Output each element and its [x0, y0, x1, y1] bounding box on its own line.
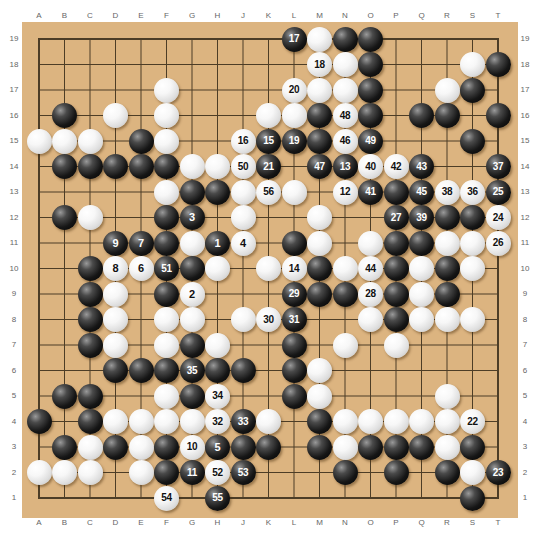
row-label-right-4: 4 — [523, 418, 527, 426]
stone-F2[interactable] — [154, 460, 179, 485]
stone-G10[interactable] — [180, 256, 205, 281]
stone-L9[interactable]: 29 — [282, 282, 307, 307]
stone-S10[interactable] — [460, 256, 485, 281]
stone-L11[interactable] — [282, 231, 307, 256]
stone-S17[interactable] — [460, 78, 485, 103]
column-label-top-K: K — [266, 12, 271, 20]
stone-O16[interactable] — [358, 103, 383, 128]
stone-Q4[interactable] — [409, 409, 434, 434]
stone-F1[interactable]: 54 — [154, 486, 179, 511]
stone-J15[interactable]: 16 — [231, 129, 256, 154]
stone-L15[interactable]: 19 — [282, 129, 307, 154]
stone-N15[interactable]: 46 — [333, 129, 358, 154]
row-label-left-8: 8 — [12, 316, 16, 324]
stone-P10[interactable] — [384, 256, 409, 281]
stone-B5[interactable] — [52, 384, 77, 409]
go-board: 1718204816151946495021471340424337561241… — [22, 22, 518, 518]
stone-C9[interactable] — [78, 282, 103, 307]
stone-E15[interactable] — [129, 129, 154, 154]
stone-D7[interactable] — [103, 333, 128, 358]
row-label-right-7: 7 — [523, 341, 527, 349]
stone-P12[interactable]: 27 — [384, 205, 409, 230]
stone-L19[interactable]: 17 — [282, 27, 307, 52]
stone-S13[interactable]: 36 — [460, 180, 485, 205]
stone-H4[interactable]: 32 — [205, 409, 230, 434]
stone-Q9[interactable] — [409, 282, 434, 307]
stone-J12[interactable] — [231, 205, 256, 230]
column-label-top-N: N — [342, 12, 348, 20]
stone-G14[interactable] — [180, 154, 205, 179]
column-label-bottom-B: B — [62, 519, 67, 527]
stone-D11[interactable]: 9 — [103, 231, 128, 256]
row-label-right-19: 19 — [521, 35, 530, 43]
column-label-bottom-R: R — [444, 519, 450, 527]
stone-D3[interactable] — [103, 435, 128, 460]
stone-H6[interactable] — [205, 358, 230, 383]
stone-M16[interactable] — [307, 103, 332, 128]
stone-J3[interactable] — [231, 435, 256, 460]
stone-O4[interactable] — [358, 409, 383, 434]
stone-A4[interactable] — [27, 409, 52, 434]
stone-E3[interactable] — [129, 435, 154, 460]
column-label-bottom-J: J — [241, 519, 245, 527]
stone-R8[interactable] — [435, 307, 460, 332]
row-label-left-7: 7 — [12, 341, 16, 349]
column-label-top-P: P — [393, 12, 398, 20]
stone-L7[interactable] — [282, 333, 307, 358]
stone-T2[interactable]: 23 — [486, 460, 511, 485]
stone-G11[interactable] — [180, 231, 205, 256]
stone-D4[interactable] — [103, 409, 128, 434]
move-number-25: 25 — [493, 187, 503, 197]
column-label-bottom-T: T — [496, 519, 501, 527]
stone-J4[interactable]: 33 — [231, 409, 256, 434]
stone-F6[interactable] — [154, 358, 179, 383]
stone-H2[interactable]: 52 — [205, 460, 230, 485]
move-number-17: 17 — [289, 34, 299, 44]
stone-M4[interactable] — [307, 409, 332, 434]
stone-K15[interactable]: 15 — [256, 129, 281, 154]
move-number-52: 52 — [212, 468, 222, 478]
stone-B3[interactable] — [52, 435, 77, 460]
stone-N2[interactable] — [333, 460, 358, 485]
column-label-bottom-H: H — [215, 519, 221, 527]
row-label-left-15: 15 — [10, 137, 19, 145]
stone-Q3[interactable] — [409, 435, 434, 460]
stone-G2[interactable]: 11 — [180, 460, 205, 485]
move-number-4: 4 — [240, 238, 246, 249]
stone-G12[interactable]: 3 — [180, 205, 205, 230]
stone-P7[interactable] — [384, 333, 409, 358]
stone-L16[interactable] — [282, 103, 307, 128]
stone-H1[interactable]: 55 — [205, 486, 230, 511]
stone-F7[interactable] — [154, 333, 179, 358]
stone-M3[interactable] — [307, 435, 332, 460]
stone-G5[interactable] — [180, 384, 205, 409]
stone-K16[interactable] — [256, 103, 281, 128]
stone-N16[interactable]: 48 — [333, 103, 358, 128]
row-label-right-15: 15 — [521, 137, 530, 145]
stone-O17[interactable] — [358, 78, 383, 103]
stone-S4[interactable]: 22 — [460, 409, 485, 434]
stone-L17[interactable]: 20 — [282, 78, 307, 103]
stone-O13[interactable]: 41 — [358, 180, 383, 205]
stone-E14[interactable] — [129, 154, 154, 179]
column-label-bottom-L: L — [292, 519, 296, 527]
stone-M10[interactable] — [307, 256, 332, 281]
move-number-51: 51 — [161, 264, 171, 274]
stone-C12[interactable] — [78, 205, 103, 230]
column-label-top-S: S — [470, 12, 475, 20]
stone-S3[interactable] — [460, 435, 485, 460]
move-number-50: 50 — [238, 162, 248, 172]
stone-R11[interactable] — [435, 231, 460, 256]
go-diagram: 1718204816151946495021471340424337561241… — [0, 0, 540, 540]
stone-C8[interactable] — [78, 307, 103, 332]
move-number-49: 49 — [365, 136, 375, 146]
stone-M6[interactable] — [307, 358, 332, 383]
stone-J6[interactable] — [231, 358, 256, 383]
stone-G4[interactable] — [180, 409, 205, 434]
column-label-top-C: C — [87, 12, 93, 20]
move-number-5: 5 — [214, 442, 220, 453]
column-label-top-J: J — [241, 12, 245, 20]
move-number-32: 32 — [212, 417, 222, 427]
row-label-right-3: 3 — [523, 443, 527, 451]
stone-P2[interactable] — [384, 460, 409, 485]
move-number-48: 48 — [340, 111, 350, 121]
stone-G9[interactable]: 2 — [180, 282, 205, 307]
stone-R12[interactable] — [435, 205, 460, 230]
move-number-41: 41 — [365, 187, 375, 197]
stone-F10[interactable]: 51 — [154, 256, 179, 281]
row-label-right-13: 13 — [521, 188, 530, 196]
stone-E4[interactable] — [129, 409, 154, 434]
move-number-9: 9 — [112, 238, 118, 249]
column-label-bottom-E: E — [138, 519, 143, 527]
move-number-12: 12 — [340, 187, 350, 197]
stone-E10[interactable]: 6 — [129, 256, 154, 281]
move-number-22: 22 — [467, 417, 477, 427]
stone-H13[interactable] — [205, 180, 230, 205]
move-number-23: 23 — [493, 468, 503, 478]
stone-T11[interactable]: 26 — [486, 231, 511, 256]
stone-F15[interactable] — [154, 129, 179, 154]
move-number-15: 15 — [263, 136, 273, 146]
stone-C3[interactable] — [78, 435, 103, 460]
stone-O3[interactable] — [358, 435, 383, 460]
stone-N3[interactable] — [333, 435, 358, 460]
stone-O14[interactable]: 40 — [358, 154, 383, 179]
row-label-left-1: 1 — [12, 494, 16, 502]
stone-B16[interactable] — [52, 103, 77, 128]
stone-M11[interactable] — [307, 231, 332, 256]
stone-R10[interactable] — [435, 256, 460, 281]
stone-M14[interactable]: 47 — [307, 154, 332, 179]
stone-F3[interactable] — [154, 435, 179, 460]
stone-H14[interactable] — [205, 154, 230, 179]
stone-P13[interactable] — [384, 180, 409, 205]
stone-T14[interactable]: 37 — [486, 154, 511, 179]
stone-C15[interactable] — [78, 129, 103, 154]
stone-F16[interactable] — [154, 103, 179, 128]
row-label-right-5: 5 — [523, 392, 527, 400]
stone-Q13[interactable]: 45 — [409, 180, 434, 205]
stone-C14[interactable] — [78, 154, 103, 179]
row-label-right-11: 11 — [521, 239, 529, 247]
move-number-53: 53 — [238, 468, 248, 478]
stone-B12[interactable] — [52, 205, 77, 230]
stone-T18[interactable] — [486, 52, 511, 77]
move-number-40: 40 — [365, 162, 375, 172]
move-number-31: 31 — [289, 315, 299, 325]
stone-G13[interactable] — [180, 180, 205, 205]
stone-F5[interactable] — [154, 384, 179, 409]
stone-G8[interactable] — [180, 307, 205, 332]
column-label-bottom-N: N — [342, 519, 348, 527]
stone-F11[interactable] — [154, 231, 179, 256]
move-number-10: 10 — [187, 442, 197, 452]
stone-C10[interactable] — [78, 256, 103, 281]
column-label-bottom-C: C — [87, 519, 93, 527]
stone-R2[interactable] — [435, 460, 460, 485]
stone-N18[interactable] — [333, 52, 358, 77]
stone-P3[interactable] — [384, 435, 409, 460]
column-label-top-Q: Q — [418, 12, 424, 20]
stone-G3[interactable]: 10 — [180, 435, 205, 460]
stone-T13[interactable]: 25 — [486, 180, 511, 205]
stone-C5[interactable] — [78, 384, 103, 409]
column-label-bottom-K: K — [266, 519, 271, 527]
stone-C4[interactable] — [78, 409, 103, 434]
stone-H10[interactable] — [205, 256, 230, 281]
stone-N14[interactable]: 13 — [333, 154, 358, 179]
stone-E2[interactable] — [129, 460, 154, 485]
row-label-left-6: 6 — [12, 367, 16, 375]
stone-Q14[interactable]: 43 — [409, 154, 434, 179]
stone-M9[interactable] — [307, 282, 332, 307]
stone-M17[interactable] — [307, 78, 332, 103]
stone-M18[interactable]: 18 — [307, 52, 332, 77]
stone-H11[interactable]: 1 — [205, 231, 230, 256]
stone-S2[interactable] — [460, 460, 485, 485]
row-label-right-9: 9 — [523, 290, 527, 298]
move-number-21: 21 — [263, 162, 273, 172]
column-label-bottom-G: G — [189, 519, 195, 527]
stone-R9[interactable] — [435, 282, 460, 307]
stone-M19[interactable] — [307, 27, 332, 52]
stone-R3[interactable] — [435, 435, 460, 460]
stone-M15[interactable] — [307, 129, 332, 154]
stone-O15[interactable]: 49 — [358, 129, 383, 154]
stone-F14[interactable] — [154, 154, 179, 179]
stone-L13[interactable] — [282, 180, 307, 205]
move-number-29: 29 — [289, 289, 299, 299]
stone-J13[interactable] — [231, 180, 256, 205]
row-label-left-13: 13 — [10, 188, 19, 196]
stone-N19[interactable] — [333, 27, 358, 52]
stone-D14[interactable] — [103, 154, 128, 179]
stone-F9[interactable] — [154, 282, 179, 307]
move-number-30: 30 — [263, 315, 273, 325]
stone-L5[interactable] — [282, 384, 307, 409]
stone-B15[interactable] — [52, 129, 77, 154]
column-label-top-H: H — [215, 12, 221, 20]
row-label-left-4: 4 — [12, 418, 16, 426]
stone-M12[interactable] — [307, 205, 332, 230]
stone-E6[interactable] — [129, 358, 154, 383]
stone-H3[interactable]: 5 — [205, 435, 230, 460]
stone-K4[interactable] — [256, 409, 281, 434]
stone-F13[interactable] — [154, 180, 179, 205]
row-label-right-2: 2 — [523, 469, 527, 477]
row-label-right-14: 14 — [521, 163, 530, 171]
stone-R5[interactable] — [435, 384, 460, 409]
stone-P4[interactable] — [384, 409, 409, 434]
stone-S11[interactable] — [460, 231, 485, 256]
stone-R16[interactable] — [435, 103, 460, 128]
move-number-43: 43 — [416, 162, 426, 172]
stone-J14[interactable]: 50 — [231, 154, 256, 179]
stone-P8[interactable] — [384, 307, 409, 332]
stone-F12[interactable] — [154, 205, 179, 230]
move-number-54: 54 — [161, 493, 171, 503]
stone-H5[interactable]: 34 — [205, 384, 230, 409]
row-label-left-17: 17 — [10, 86, 19, 94]
move-number-28: 28 — [365, 289, 375, 299]
stone-M5[interactable] — [307, 384, 332, 409]
stone-C2[interactable] — [78, 460, 103, 485]
stone-J8[interactable] — [231, 307, 256, 332]
stone-N13[interactable]: 12 — [333, 180, 358, 205]
row-label-right-16: 16 — [521, 112, 530, 120]
move-number-1: 1 — [214, 238, 220, 249]
move-number-45: 45 — [416, 187, 426, 197]
stone-E11[interactable]: 7 — [129, 231, 154, 256]
stone-K3[interactable] — [256, 435, 281, 460]
column-label-bottom-Q: Q — [418, 519, 424, 527]
row-label-left-9: 9 — [12, 290, 16, 298]
stone-N9[interactable] — [333, 282, 358, 307]
stone-F17[interactable] — [154, 78, 179, 103]
stone-G6[interactable]: 35 — [180, 358, 205, 383]
stone-O9[interactable]: 28 — [358, 282, 383, 307]
stone-B2[interactable] — [52, 460, 77, 485]
move-number-56: 56 — [263, 187, 273, 197]
column-label-bottom-M: M — [316, 519, 323, 527]
stone-Q11[interactable] — [409, 231, 434, 256]
stone-Q12[interactable]: 39 — [409, 205, 434, 230]
stone-H7[interactable] — [205, 333, 230, 358]
row-label-left-11: 11 — [10, 239, 18, 247]
stone-D8[interactable] — [103, 307, 128, 332]
stone-O8[interactable] — [358, 307, 383, 332]
stone-D9[interactable] — [103, 282, 128, 307]
stone-R4[interactable] — [435, 409, 460, 434]
move-number-34: 34 — [212, 391, 222, 401]
column-label-top-R: R — [444, 12, 450, 20]
row-label-right-18: 18 — [521, 61, 530, 69]
stone-L6[interactable] — [282, 358, 307, 383]
stone-N7[interactable] — [333, 333, 358, 358]
stone-K10[interactable] — [256, 256, 281, 281]
stone-D16[interactable] — [103, 103, 128, 128]
stone-A2[interactable] — [27, 460, 52, 485]
stone-O11[interactable] — [358, 231, 383, 256]
stone-F8[interactable] — [154, 307, 179, 332]
column-label-top-A: A — [36, 12, 41, 20]
stone-C7[interactable] — [78, 333, 103, 358]
move-number-2: 2 — [189, 289, 195, 300]
column-label-top-D: D — [113, 12, 119, 20]
move-number-3: 3 — [189, 212, 195, 223]
stone-L8[interactable]: 31 — [282, 307, 307, 332]
row-label-right-8: 8 — [523, 316, 527, 324]
stone-S12[interactable] — [460, 205, 485, 230]
stone-D10[interactable]: 8 — [103, 256, 128, 281]
stone-N17[interactable] — [333, 78, 358, 103]
stone-S1[interactable] — [460, 486, 485, 511]
stone-N4[interactable] — [333, 409, 358, 434]
column-label-top-T: T — [496, 12, 501, 20]
row-label-right-6: 6 — [523, 367, 527, 375]
stone-Q10[interactable] — [409, 256, 434, 281]
stone-L10[interactable]: 14 — [282, 256, 307, 281]
stone-O19[interactable] — [358, 27, 383, 52]
stone-A15[interactable] — [27, 129, 52, 154]
column-label-top-E: E — [138, 12, 143, 20]
stone-S18[interactable] — [460, 52, 485, 77]
stone-P9[interactable] — [384, 282, 409, 307]
stone-R13[interactable]: 38 — [435, 180, 460, 205]
stone-T12[interactable]: 24 — [486, 205, 511, 230]
move-number-55: 55 — [212, 493, 222, 503]
stone-S8[interactable] — [460, 307, 485, 332]
move-number-16: 16 — [238, 136, 248, 146]
stone-K8[interactable]: 30 — [256, 307, 281, 332]
move-number-36: 36 — [467, 187, 477, 197]
stone-B14[interactable] — [52, 154, 77, 179]
stone-S15[interactable] — [460, 129, 485, 154]
stone-K13[interactable]: 56 — [256, 180, 281, 205]
stone-P11[interactable] — [384, 231, 409, 256]
move-number-24: 24 — [493, 213, 503, 223]
stone-T16[interactable] — [486, 103, 511, 128]
stone-F4[interactable] — [154, 409, 179, 434]
stone-O10[interactable]: 44 — [358, 256, 383, 281]
stone-P14[interactable]: 42 — [384, 154, 409, 179]
column-label-bottom-O: O — [367, 519, 373, 527]
stone-D6[interactable] — [103, 358, 128, 383]
row-label-right-17: 17 — [521, 86, 530, 94]
move-number-11: 11 — [187, 468, 197, 478]
move-number-42: 42 — [391, 162, 401, 172]
row-label-right-1: 1 — [523, 494, 527, 502]
stone-G7[interactable] — [180, 333, 205, 358]
stone-J2[interactable]: 53 — [231, 460, 256, 485]
stone-O18[interactable] — [358, 52, 383, 77]
stone-Q8[interactable] — [409, 307, 434, 332]
stone-J11[interactable]: 4 — [231, 231, 256, 256]
row-label-left-12: 12 — [10, 214, 19, 222]
stone-Q16[interactable] — [409, 103, 434, 128]
move-number-38: 38 — [442, 187, 452, 197]
move-number-44: 44 — [365, 264, 375, 274]
stone-K14[interactable]: 21 — [256, 154, 281, 179]
stone-N10[interactable] — [333, 256, 358, 281]
move-number-47: 47 — [314, 162, 324, 172]
stone-R17[interactable] — [435, 78, 460, 103]
